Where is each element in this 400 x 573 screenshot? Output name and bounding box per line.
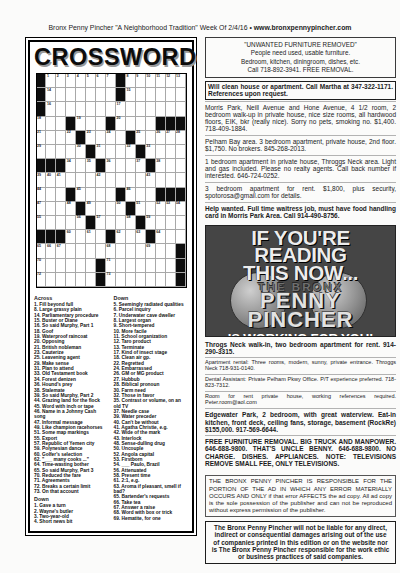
crossword-cell[interactable] xyxy=(156,102,166,116)
crossword-outer-border: CROSSWORD 123456789101112131415161718192… xyxy=(25,37,197,536)
cell-number: 46 xyxy=(126,187,130,191)
crossword-cell[interactable] xyxy=(126,173,136,187)
crossword-cell[interactable] xyxy=(66,173,76,187)
crossword-cell[interactable]: 40 xyxy=(46,173,56,187)
classified-ad: Morris Park, Neill Avenue and Hone Avenu… xyxy=(205,101,396,135)
black-cell xyxy=(126,202,136,216)
crossword-cell[interactable]: 67 xyxy=(56,244,66,258)
crossword-cell[interactable]: 53 xyxy=(166,202,176,216)
black-cell xyxy=(166,188,176,202)
crossword-cell[interactable]: 32 xyxy=(126,145,136,159)
black-cell xyxy=(46,230,56,244)
down-clue-list-right: 5. Seemingly radiated qualities6. Parcel… xyxy=(114,302,189,521)
cell-number: 30 xyxy=(77,144,81,148)
crossword-cell[interactable]: 58 xyxy=(126,216,136,230)
crossword-cell[interactable] xyxy=(116,244,126,258)
cell-number: 7 xyxy=(107,74,109,78)
crossword-cell[interactable] xyxy=(66,88,76,102)
crossword-cell[interactable] xyxy=(146,102,156,116)
ad-line: Call 718-892-3941. FREE REMOVAL. xyxy=(207,66,394,74)
ad-line: People need used, usable furniture. xyxy=(207,49,394,57)
cell-number: 64 xyxy=(156,230,160,234)
crossword-cell[interactable] xyxy=(56,273,66,287)
cell-number: 17 xyxy=(116,102,120,106)
black-cell xyxy=(56,159,66,173)
cell-number: 62 xyxy=(116,230,120,234)
crossword-section: CROSSWORD 123456789101112131415161718192… xyxy=(25,37,197,536)
cell-number: 10 xyxy=(146,74,150,78)
crossword-cell[interactable] xyxy=(126,244,136,258)
crossword-cell[interactable] xyxy=(56,88,66,102)
crossword-cell[interactable] xyxy=(136,259,146,273)
down-heading-right: Down xyxy=(114,295,189,301)
crossword-cell[interactable]: 41 xyxy=(56,173,66,187)
promo-working-for-you: IS WORKING FOR YOU! xyxy=(206,332,395,337)
crossword-cell[interactable] xyxy=(116,173,126,187)
cell-number: 16 xyxy=(47,102,51,106)
crossword-cell[interactable] xyxy=(166,88,176,102)
crossword-cell[interactable]: 6 xyxy=(96,74,106,88)
crossword-cell[interactable] xyxy=(146,273,156,287)
cell-number: 25 xyxy=(136,130,140,134)
cell-number: 73 xyxy=(107,272,111,276)
crossword-cell[interactable] xyxy=(86,88,96,102)
crossword-cell[interactable] xyxy=(136,244,146,258)
crossword-cell[interactable] xyxy=(46,259,56,273)
cell-number: 47 xyxy=(37,201,41,205)
crossword-cell[interactable]: 8 xyxy=(126,74,136,88)
crossword-cell[interactable]: 15 xyxy=(126,88,136,102)
black-cell xyxy=(37,74,47,88)
promo-text: IF YOU'RE READING THIS NOW... THE BRONX … xyxy=(206,226,395,337)
crossword-cell[interactable] xyxy=(56,216,66,230)
crossword-cell[interactable] xyxy=(156,273,166,287)
crossword-cell[interactable] xyxy=(156,145,166,159)
black-cell xyxy=(116,188,126,202)
crossword-cell[interactable]: 22 xyxy=(66,131,76,145)
black-cell xyxy=(46,159,56,173)
crossword-cell[interactable] xyxy=(46,202,56,216)
cell-number: 51 xyxy=(136,201,140,205)
cell-number: 5 xyxy=(87,74,89,78)
crossword-cell[interactable]: 12 xyxy=(166,74,176,88)
black-cell xyxy=(37,102,47,116)
black-cell xyxy=(116,74,126,88)
crossword-cell[interactable] xyxy=(56,102,66,116)
cell-number: 68 xyxy=(107,244,111,248)
crossword-cell[interactable] xyxy=(166,159,176,173)
crossword-cell[interactable]: 35 xyxy=(86,159,96,173)
crossword-cell[interactable] xyxy=(136,88,146,102)
crossword-cell[interactable]: 27 xyxy=(166,131,176,145)
crossword-cell[interactable]: 10 xyxy=(146,74,156,88)
cell-number: 12 xyxy=(166,74,170,78)
crossword-cell[interactable] xyxy=(76,244,86,258)
crossword-cell[interactable] xyxy=(56,117,66,131)
classified-ad: 3 bedroom apartment for rent. $1,800, pl… xyxy=(205,182,396,202)
crossword-cell[interactable]: 3 xyxy=(66,74,76,88)
crossword-cell[interactable] xyxy=(56,145,66,159)
crossword-cell[interactable]: 26 xyxy=(156,131,166,145)
crossword-cell[interactable]: 50 xyxy=(116,202,126,216)
crossword-cell[interactable] xyxy=(126,159,136,173)
cell-number: 29 xyxy=(37,144,41,148)
crossword-cell[interactable] xyxy=(56,188,66,202)
crossword-cell[interactable] xyxy=(136,273,146,287)
crossword-cell[interactable] xyxy=(96,188,106,202)
crossword-cell[interactable]: 24 xyxy=(106,131,116,145)
crossword-cell[interactable] xyxy=(156,88,166,102)
crossword-cell[interactable] xyxy=(96,88,106,102)
cell-number: 9 xyxy=(136,74,138,78)
crossword-cell[interactable]: 39 xyxy=(37,173,47,187)
crossword-cell[interactable]: 17 xyxy=(116,102,126,116)
cell-number: 61 xyxy=(87,230,91,234)
cell-number: 41 xyxy=(57,173,61,177)
clues-right-column: Down 5. Seemingly radiated qualities6. P… xyxy=(114,293,189,525)
cell-number: 13 xyxy=(176,74,180,78)
crossword-cell[interactable] xyxy=(176,159,186,173)
crossword-cell[interactable]: 57 xyxy=(96,216,106,230)
crossword-cell[interactable] xyxy=(146,88,156,102)
crossword-cell[interactable] xyxy=(86,117,96,131)
crossword-cell[interactable]: 47 xyxy=(37,202,47,216)
crossword-cell[interactable] xyxy=(156,259,166,273)
crossword-cell[interactable]: 13 xyxy=(176,74,186,88)
crossword-cell[interactable]: 65 xyxy=(37,244,47,258)
crossword-cell[interactable]: 46 xyxy=(126,188,136,202)
crossword-cell[interactable] xyxy=(96,202,106,216)
crossword-cell[interactable] xyxy=(116,259,126,273)
classified-ad: FREE FURNITURE REMOVAL. BIG TRUCK AND MA… xyxy=(205,435,396,469)
crossword-cell[interactable]: 16 xyxy=(46,102,56,116)
classified-ad: Dental Assistant: Private Pelham Pkwy Of… xyxy=(205,374,396,391)
crossword-cell[interactable] xyxy=(56,202,66,216)
crossword-cell[interactable]: 30 xyxy=(76,145,86,159)
crossword-cell[interactable] xyxy=(76,102,86,116)
cell-number: 31 xyxy=(97,144,101,148)
crossword-cell[interactable] xyxy=(86,259,96,273)
cell-number: 54 xyxy=(176,201,180,205)
crossword-cell[interactable] xyxy=(76,173,86,187)
crossword-cell[interactable] xyxy=(86,273,96,287)
crossword-clues: Across 1. Fill beyond full8. Large grass… xyxy=(34,293,188,525)
crossword-cell[interactable] xyxy=(106,216,116,230)
crossword-cell[interactable] xyxy=(76,230,86,244)
black-cell xyxy=(146,159,156,173)
classified-ad: Will clean house or apartment. Call Mart… xyxy=(205,81,396,100)
cell-number: 4 xyxy=(77,74,79,78)
cell-number: 23 xyxy=(87,130,91,134)
crossword-cell[interactable]: 66 xyxy=(46,244,56,258)
crossword-cell[interactable]: 44 xyxy=(37,188,47,202)
cell-number: 44 xyxy=(37,187,41,191)
crossword-cell[interactable] xyxy=(66,259,76,273)
crossword-cell[interactable]: 71 xyxy=(106,259,116,273)
crossword-cell[interactable]: 1 xyxy=(46,74,56,88)
crossword-cell[interactable] xyxy=(126,259,136,273)
crossword-cell[interactable] xyxy=(76,159,86,173)
cell-number: 45 xyxy=(77,187,81,191)
penny-pincher-promo-ad: IF YOU'RE READING THIS NOW... THE BRONX … xyxy=(205,225,396,337)
classified-ad: Pelham Bay area. 3 bedroom apartment, pr… xyxy=(205,135,396,155)
crossword-cell[interactable] xyxy=(46,216,56,230)
crossword-cell[interactable]: 52 xyxy=(156,202,166,216)
crossword-cell[interactable] xyxy=(106,188,116,202)
masthead: Bronx Penny Pincher "A Neighborhood Trad… xyxy=(0,24,400,31)
crossword-cell[interactable]: 25 xyxy=(136,131,146,145)
black-cell xyxy=(136,145,146,159)
crossword-cell[interactable] xyxy=(126,117,136,131)
crossword-cell[interactable]: 36 xyxy=(106,159,116,173)
crossword-cell[interactable]: 28 xyxy=(176,131,186,145)
crossword-cell[interactable] xyxy=(106,102,116,116)
cell-number: 72 xyxy=(37,272,41,276)
black-cell xyxy=(66,188,76,202)
black-cell xyxy=(176,188,186,202)
down-clue-list-left: 1. Gave a turn2. Wayne's butler3. Two-ye… xyxy=(34,503,109,524)
crossword-cell[interactable]: 11 xyxy=(156,74,166,88)
black-cell xyxy=(176,244,186,258)
crossword-cell[interactable] xyxy=(146,188,156,202)
crossword-cell[interactable] xyxy=(176,145,186,159)
crossword-cell[interactable]: 72 xyxy=(37,273,47,287)
crossword-cell[interactable]: 51 xyxy=(136,202,146,216)
cell-number: 19 xyxy=(77,116,81,120)
crossword-cell[interactable] xyxy=(76,88,86,102)
crossword-cell[interactable]: 54 xyxy=(176,202,186,216)
cell-number: 58 xyxy=(126,215,130,219)
crossword-cell[interactable] xyxy=(146,131,156,145)
crossword-cell[interactable]: 48 xyxy=(66,202,76,216)
crossword-cell[interactable] xyxy=(106,145,116,159)
crossword-cell[interactable] xyxy=(106,88,116,102)
crossword-cell[interactable] xyxy=(176,216,186,230)
crossword-cell[interactable] xyxy=(56,131,66,145)
crossword-cell[interactable] xyxy=(136,117,146,131)
crossword-cell[interactable] xyxy=(166,259,176,273)
black-cell xyxy=(106,117,116,131)
crossword-cell[interactable] xyxy=(166,244,176,258)
crossword-cell[interactable] xyxy=(166,273,176,287)
crossword-cell[interactable]: 4 xyxy=(76,74,86,88)
cell-number: 42 xyxy=(97,173,101,177)
crossword-cell[interactable] xyxy=(136,102,146,116)
crossword-cell[interactable] xyxy=(156,244,166,258)
across-clue-list: 1. Fill beyond full8. Large grassy plain… xyxy=(34,302,109,494)
classified-ads-bottom: Throgs Neck walk-in, two bedroom apartme… xyxy=(205,339,396,470)
crossword-cell[interactable] xyxy=(86,188,96,202)
black-cell xyxy=(156,188,166,202)
crossword-cell[interactable] xyxy=(136,188,146,202)
crossword-cell[interactable] xyxy=(46,117,56,131)
crossword-cell[interactable] xyxy=(116,159,126,173)
crossword-cell[interactable]: 20 xyxy=(116,117,126,131)
black-cell xyxy=(156,117,166,131)
crossword-cell[interactable]: 45 xyxy=(76,188,86,202)
crossword-cell[interactable]: 70 xyxy=(37,259,47,273)
cell-number: 24 xyxy=(107,130,111,134)
crossword-cell[interactable]: 34 xyxy=(66,159,76,173)
crossword-cell[interactable]: 29 xyxy=(37,145,47,159)
crossword-cell[interactable]: 9 xyxy=(136,74,146,88)
black-cell xyxy=(86,145,96,159)
crossword-cell[interactable] xyxy=(166,230,176,244)
crossword-cell[interactable]: 18 xyxy=(37,117,47,131)
cell-number: 52 xyxy=(156,201,160,205)
crossword-cell[interactable]: 21 xyxy=(37,131,47,145)
disclaimer-error-box: THE BRONX PENNY PINCHER IS RESPONSIBLE F… xyxy=(205,475,396,517)
crossword-cell[interactable] xyxy=(66,244,76,258)
cell-number: 39 xyxy=(37,173,41,177)
cell-number: 15 xyxy=(126,88,130,92)
crossword-cell[interactable]: 63 xyxy=(136,230,146,244)
crossword-cell[interactable] xyxy=(96,117,106,131)
crossword-cell[interactable] xyxy=(66,102,76,116)
black-cell xyxy=(37,230,47,244)
crossword-cell[interactable] xyxy=(46,145,56,159)
crossword-cell[interactable]: 7 xyxy=(106,74,116,88)
crossword-cell[interactable] xyxy=(166,173,176,187)
crossword-cell[interactable]: 62 xyxy=(116,230,126,244)
black-cell xyxy=(86,216,96,230)
crossword-cell[interactable]: 73 xyxy=(106,273,116,287)
crossword-cell[interactable] xyxy=(76,273,86,287)
black-cell xyxy=(37,159,47,173)
black-cell xyxy=(96,159,106,173)
crossword-cell[interactable]: 37 xyxy=(136,159,146,173)
crossword-cell[interactable] xyxy=(46,273,56,287)
clue: 4. Short news bit xyxy=(34,519,109,524)
clue: 46. Name in a Johnny Cash song xyxy=(34,409,109,420)
black-cell xyxy=(96,273,106,287)
masthead-website-url: www.bronxpennypincher.com xyxy=(254,24,352,31)
crossword-cell[interactable] xyxy=(56,259,66,273)
crossword-cell[interactable]: 49 xyxy=(86,202,96,216)
crossword-cell[interactable] xyxy=(96,230,106,244)
crossword-cell[interactable] xyxy=(166,145,176,159)
black-cell xyxy=(96,259,106,273)
cell-number: 32 xyxy=(126,144,130,148)
cell-number: 60 xyxy=(67,230,71,234)
crossword-cell[interactable] xyxy=(86,244,96,258)
crossword-cell[interactable]: 38 xyxy=(156,159,166,173)
crossword-cell[interactable] xyxy=(146,117,156,131)
black-cell xyxy=(116,88,126,102)
crossword-cell[interactable] xyxy=(136,173,146,187)
masthead-text: Bronx Penny Pincher "A Neighborhood Trad… xyxy=(49,24,254,31)
crossword-cell[interactable] xyxy=(106,202,116,216)
crossword-cell[interactable] xyxy=(86,173,96,187)
crossword-cell[interactable]: 68 xyxy=(106,244,116,258)
crossword-cell[interactable]: 69 xyxy=(146,244,156,258)
crossword-cell[interactable] xyxy=(66,216,76,230)
crossword-cell[interactable]: 14 xyxy=(46,88,56,102)
crossword-cell[interactable]: 61 xyxy=(86,230,96,244)
black-cell xyxy=(176,273,186,287)
black-cell xyxy=(66,117,76,131)
crossword-cell[interactable]: 64 xyxy=(156,230,166,244)
crossword-cell[interactable] xyxy=(96,244,106,258)
classified-ad: Throgs Neck walk-in, two bedroom apartme… xyxy=(205,339,396,358)
crossword-cell[interactable] xyxy=(46,131,56,145)
crossword-cell[interactable]: 23 xyxy=(86,131,96,145)
cell-number: 6 xyxy=(97,74,99,78)
crossword-cell[interactable] xyxy=(126,273,136,287)
crossword-cell[interactable]: 33 xyxy=(146,145,156,159)
black-cell xyxy=(126,131,136,145)
classified-ad: Edgewater Park, 2 bedroom, with great wa… xyxy=(205,408,396,435)
crossword-cell[interactable]: 59 xyxy=(146,216,156,230)
crossword-cell[interactable] xyxy=(156,173,166,187)
crossword-cell[interactable] xyxy=(86,102,96,116)
cell-number: 65 xyxy=(37,244,41,248)
crossword-cell[interactable] xyxy=(96,131,106,145)
cell-number: 71 xyxy=(107,258,111,262)
black-cell xyxy=(37,88,47,102)
cell-number: 70 xyxy=(37,258,41,262)
crossword-cell[interactable] xyxy=(166,102,176,116)
crossword-cell[interactable] xyxy=(46,188,56,202)
crossword-cell[interactable] xyxy=(106,173,116,187)
cell-number: 63 xyxy=(136,230,140,234)
crossword-cell[interactable] xyxy=(176,173,186,187)
clues-left-column: Across 1. Fill beyond full8. Large grass… xyxy=(34,293,109,525)
crossword-cell[interactable]: 19 xyxy=(76,117,86,131)
crossword-cell[interactable]: 43 xyxy=(146,173,156,187)
crossword-cell[interactable]: 42 xyxy=(96,173,106,187)
cell-number: 33 xyxy=(146,144,150,148)
cell-number: 18 xyxy=(37,116,41,120)
crossword-cell[interactable] xyxy=(146,259,156,273)
cell-number: 14 xyxy=(47,88,51,92)
ad-line: "UNWANTED FURNITURE REMOVED" xyxy=(207,41,394,49)
crossword-cell[interactable] xyxy=(126,230,136,244)
crossword-cell[interactable] xyxy=(176,230,186,244)
crossword-cell[interactable] xyxy=(176,88,186,102)
crossword-cell[interactable]: 31 xyxy=(96,145,106,159)
crossword-cell[interactable] xyxy=(66,145,76,159)
cell-number: 3 xyxy=(67,74,69,78)
crossword-cell[interactable]: 5 xyxy=(86,74,96,88)
black-cell xyxy=(146,230,156,244)
clue: 63. Aroma if pleasant, smell if bad? xyxy=(114,484,189,495)
black-cell xyxy=(76,131,86,145)
crossword-cell[interactable] xyxy=(116,216,126,230)
ad-unwanted-furniture-box: "UNWANTED FURNITURE REMOVED" People need… xyxy=(205,37,396,78)
crossword-cell[interactable] xyxy=(116,273,126,287)
crossword-cell[interactable] xyxy=(146,202,156,216)
crossword-cell[interactable]: 56 xyxy=(76,216,86,230)
crossword-cell[interactable] xyxy=(116,131,126,145)
crossword-cell[interactable] xyxy=(126,102,136,116)
crossword-cell[interactable] xyxy=(116,145,126,159)
cell-number: 40 xyxy=(47,173,51,177)
crossword-cell[interactable] xyxy=(156,216,166,230)
crossword-cell[interactable] xyxy=(166,216,176,230)
across-heading: Across xyxy=(34,295,109,301)
crossword-cell[interactable] xyxy=(66,273,76,287)
crossword-cell[interactable]: 55 xyxy=(37,216,47,230)
crossword-cell[interactable]: 2 xyxy=(56,74,66,88)
crossword-cell[interactable] xyxy=(96,102,106,116)
cell-number: 2 xyxy=(57,74,59,78)
cell-number: 37 xyxy=(136,159,140,163)
crossword-cell[interactable] xyxy=(76,259,86,273)
crossword-cell[interactable] xyxy=(176,102,186,116)
cell-number: 59 xyxy=(146,215,150,219)
crossword-cell[interactable]: 60 xyxy=(66,230,76,244)
